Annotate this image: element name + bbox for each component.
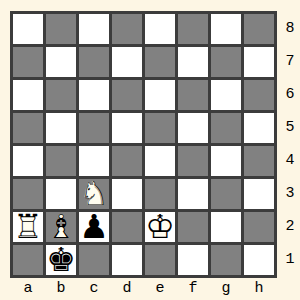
square-e8[interactable] [145,14,175,44]
square-d7[interactable] [112,47,142,77]
file-label-g: g [211,280,241,298]
square-b4[interactable] [46,146,76,176]
square-a2[interactable]: ♜♖ [13,212,43,242]
rank-label-3: 3 [281,179,299,209]
square-f6[interactable] [178,80,208,110]
square-h2[interactable] [244,212,274,242]
rank-label-1: 1 [281,245,299,275]
square-h8[interactable] [244,14,274,44]
white-bishop-piece: ♝♗ [46,212,76,242]
square-h5[interactable] [244,113,274,143]
file-label-h: h [244,280,274,298]
square-d2[interactable] [112,212,142,242]
square-a5[interactable] [13,113,43,143]
rank-label-6: 6 [281,80,299,110]
square-f8[interactable] [178,14,208,44]
chessboard-diagram: ♞♘♜♖♝♗♟♚♔♚ 87654321 abcdefgh [0,0,300,300]
file-label-b: b [46,280,76,298]
rank-label-8: 8 [281,14,299,44]
square-f2[interactable] [178,212,208,242]
square-c3[interactable]: ♞♘ [79,179,109,209]
square-e4[interactable] [145,146,175,176]
rank-label-7: 7 [281,47,299,77]
square-g3[interactable] [211,179,241,209]
square-a7[interactable] [13,47,43,77]
file-label-f: f [178,280,208,298]
square-d6[interactable] [112,80,142,110]
square-e7[interactable] [145,47,175,77]
square-g5[interactable] [211,113,241,143]
square-c5[interactable] [79,113,109,143]
square-d4[interactable] [112,146,142,176]
square-b3[interactable] [46,179,76,209]
black-king-piece: ♚ [46,245,76,275]
square-a4[interactable] [13,146,43,176]
rank-label-2: 2 [281,212,299,242]
rank-label-5: 5 [281,113,299,143]
square-b6[interactable] [46,80,76,110]
white-rook-piece: ♜♖ [13,212,43,242]
square-c8[interactable] [79,14,109,44]
square-h1[interactable] [244,245,274,275]
square-f1[interactable] [178,245,208,275]
chess-board: ♞♘♜♖♝♗♟♚♔♚ [10,11,277,278]
square-e5[interactable] [145,113,175,143]
square-b7[interactable] [46,47,76,77]
square-b8[interactable] [46,14,76,44]
square-e6[interactable] [145,80,175,110]
square-e1[interactable] [145,245,175,275]
square-h6[interactable] [244,80,274,110]
square-h7[interactable] [244,47,274,77]
square-d3[interactable] [112,179,142,209]
square-b1[interactable]: ♚ [46,245,76,275]
square-g6[interactable] [211,80,241,110]
square-d8[interactable] [112,14,142,44]
square-g8[interactable] [211,14,241,44]
white-knight-piece: ♞♘ [79,179,109,209]
square-f5[interactable] [178,113,208,143]
square-f3[interactable] [178,179,208,209]
square-e3[interactable] [145,179,175,209]
square-a6[interactable] [13,80,43,110]
square-c7[interactable] [79,47,109,77]
square-g7[interactable] [211,47,241,77]
square-b2[interactable]: ♝♗ [46,212,76,242]
file-label-a: a [13,280,43,298]
white-king-piece: ♚♔ [145,212,175,242]
square-g4[interactable] [211,146,241,176]
file-label-d: d [112,280,142,298]
rank-label-4: 4 [281,146,299,176]
square-d5[interactable] [112,113,142,143]
square-c6[interactable] [79,80,109,110]
square-f7[interactable] [178,47,208,77]
square-d1[interactable] [112,245,142,275]
square-a3[interactable] [13,179,43,209]
black-pawn-piece: ♟ [79,212,109,242]
square-c2[interactable]: ♟ [79,212,109,242]
square-g1[interactable] [211,245,241,275]
square-c4[interactable] [79,146,109,176]
square-a8[interactable] [13,14,43,44]
file-label-c: c [79,280,109,298]
square-b5[interactable] [46,113,76,143]
square-f4[interactable] [178,146,208,176]
file-label-e: e [145,280,175,298]
square-h3[interactable] [244,179,274,209]
square-g2[interactable] [211,212,241,242]
square-a1[interactable] [13,245,43,275]
square-c1[interactable] [79,245,109,275]
square-e2[interactable]: ♚♔ [145,212,175,242]
square-h4[interactable] [244,146,274,176]
